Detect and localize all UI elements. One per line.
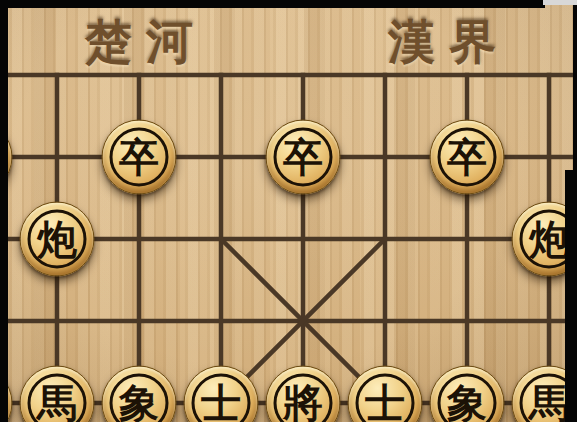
- window-edge-right-thin: [573, 0, 577, 170]
- piece-advisor[interactable]: 士: [348, 366, 423, 422]
- piece-glyph: 象: [119, 384, 159, 422]
- piece-cannon[interactable]: 炮: [20, 202, 95, 277]
- piece-glyph: 馬: [529, 384, 569, 422]
- piece-soldier[interactable]: 卒: [430, 120, 505, 195]
- piece-advisor[interactable]: 士: [184, 366, 259, 422]
- piece-glyph: 馬: [37, 384, 77, 422]
- piece-glyph: 將: [283, 384, 323, 422]
- piece-soldier[interactable]: 卒: [102, 120, 177, 195]
- piece-elephant[interactable]: 象: [430, 366, 505, 422]
- window-edge-top: [0, 0, 545, 8]
- piece-glyph: 士: [201, 384, 241, 422]
- piece-general[interactable]: 將: [266, 366, 341, 422]
- piece-horse[interactable]: 馬: [20, 366, 95, 422]
- piece-glyph: 炮: [37, 220, 77, 260]
- piece-glyph: 炮: [529, 220, 569, 260]
- piece-glyph: 卒: [283, 138, 323, 178]
- xiangqi-board[interactable]: 楚河 漢界 卒卒卒卒卒炮: [0, 0, 577, 422]
- piece-soldier[interactable]: 卒: [266, 120, 341, 195]
- piece-glyph: 卒: [119, 138, 159, 178]
- pieces-layer: 卒卒卒卒卒炮炮車馬象士將士象馬車: [0, 0, 577, 422]
- window-corner-tab: [543, 0, 577, 5]
- xiangqi-app-window: 楚河 漢界 卒卒卒卒卒炮: [0, 0, 577, 422]
- window-edge-left: [0, 0, 8, 422]
- piece-glyph: 卒: [447, 138, 487, 178]
- piece-elephant[interactable]: 象: [102, 366, 177, 422]
- window-edge-right: [565, 170, 577, 422]
- piece-glyph: 象: [447, 384, 487, 422]
- piece-glyph: 士: [365, 384, 405, 422]
